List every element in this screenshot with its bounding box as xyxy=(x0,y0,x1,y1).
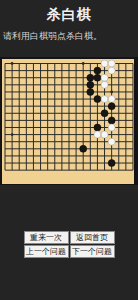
restart-button[interactable]: 重来一次 xyxy=(24,231,69,244)
next-problem-button[interactable]: 下一个问题 xyxy=(70,245,115,258)
go-board[interactable] xyxy=(0,57,138,185)
home-button[interactable]: 返回首页 xyxy=(70,231,115,244)
black-stone xyxy=(87,88,94,95)
black-stone xyxy=(94,67,101,74)
button-area: 重来一次 返回首页 上一个问题 下一个问题 xyxy=(0,231,138,258)
black-stone xyxy=(94,124,101,131)
black-stone xyxy=(108,160,115,167)
button-grid: 重来一次 返回首页 上一个问题 下一个问题 xyxy=(24,231,115,258)
white-stone xyxy=(101,96,108,103)
white-stone xyxy=(108,124,115,131)
puzzle-instruction: 请利用白棋弱点杀白棋。 xyxy=(3,30,135,43)
star-point xyxy=(11,133,14,136)
white-stone xyxy=(108,138,115,145)
white-stone xyxy=(94,131,101,138)
white-stone xyxy=(108,96,115,103)
page-title: 杀白棋 xyxy=(0,6,138,24)
black-stone xyxy=(87,81,94,88)
star-point xyxy=(82,62,85,65)
black-stone xyxy=(94,74,101,81)
white-stone xyxy=(108,67,115,74)
star-point xyxy=(11,62,14,65)
white-stone xyxy=(101,131,108,138)
black-stone xyxy=(87,74,94,81)
prev-problem-button[interactable]: 上一个问题 xyxy=(24,245,69,258)
black-stone xyxy=(80,145,87,152)
black-stone xyxy=(108,103,115,110)
white-stone xyxy=(108,60,115,67)
black-stone xyxy=(101,110,108,117)
white-stone xyxy=(101,60,108,67)
white-stone xyxy=(101,74,108,81)
black-stone xyxy=(108,117,115,124)
star-point xyxy=(110,91,113,94)
black-stone xyxy=(94,96,101,103)
white-stone xyxy=(101,81,108,88)
